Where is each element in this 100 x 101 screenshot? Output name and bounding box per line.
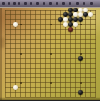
blurred-toolbar-mark bbox=[69, 2, 71, 5]
grid-line-v bbox=[85, 10, 86, 97]
board-edge-shadow-left bbox=[0, 8, 2, 101]
black-stone[interactable] bbox=[78, 17, 83, 22]
blurred-toolbar-mark bbox=[30, 2, 32, 5]
last-move-stone-blurred[interactable] bbox=[68, 27, 74, 33]
grid-line-v bbox=[95, 10, 96, 97]
black-stone[interactable] bbox=[78, 90, 83, 95]
blurred-toolbar-mark bbox=[24, 2, 27, 5]
blurred-toolbar-mark bbox=[43, 2, 45, 5]
star-point bbox=[50, 53, 52, 55]
blurred-toolbar-mark bbox=[36, 2, 39, 5]
star-point bbox=[20, 53, 22, 55]
go-board[interactable] bbox=[0, 8, 100, 101]
white-stone[interactable] bbox=[13, 22, 18, 27]
blurred-toolbar-mark bbox=[2, 2, 5, 5]
star-point bbox=[50, 82, 52, 84]
blurred-toolbar-mark bbox=[49, 2, 52, 5]
go-app-photo bbox=[0, 0, 100, 100]
top-toolbar-blurred bbox=[0, 0, 100, 8]
white-stone[interactable] bbox=[13, 85, 18, 90]
grid-line-h bbox=[5, 73, 96, 74]
blurred-toolbar-mark bbox=[56, 2, 58, 5]
star-point bbox=[20, 82, 22, 84]
grid-line-h bbox=[5, 68, 96, 69]
blurred-toolbar-mark bbox=[18, 2, 20, 5]
blurred-toolbar-mark bbox=[13, 2, 16, 5]
white-stone[interactable] bbox=[73, 22, 78, 27]
blurred-toolbar-mark bbox=[76, 2, 79, 5]
grid-line-h bbox=[5, 77, 96, 78]
board-edge-shadow-bottom bbox=[0, 97, 100, 100]
star-point bbox=[80, 82, 82, 84]
star-point bbox=[80, 53, 82, 55]
white-stone[interactable] bbox=[88, 12, 93, 17]
black-stone[interactable] bbox=[78, 56, 83, 61]
grid-line-v bbox=[55, 10, 56, 97]
grid-line-h bbox=[5, 87, 96, 88]
blurred-toolbar-mark bbox=[83, 2, 85, 5]
grid-line-v bbox=[90, 10, 91, 97]
grid-line-v bbox=[60, 10, 61, 97]
blurred-toolbar-mark bbox=[8, 2, 10, 5]
grid-line-h bbox=[5, 63, 96, 64]
blurred-toolbar-mark bbox=[90, 2, 93, 5]
blurred-toolbar-mark bbox=[62, 2, 65, 5]
